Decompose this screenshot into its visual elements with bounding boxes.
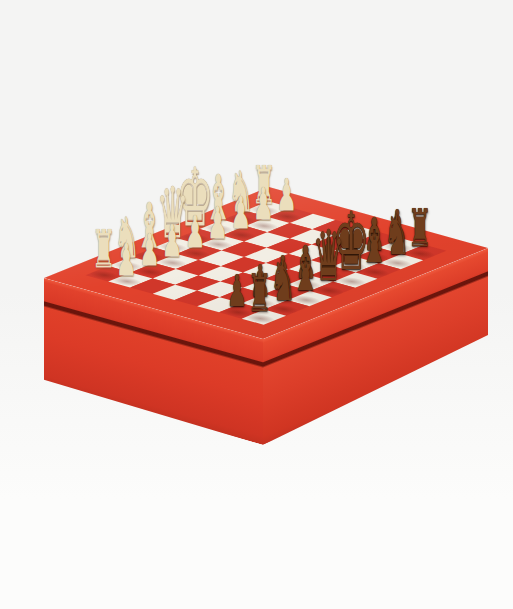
piece-white-pawn: ♟ (105, 238, 147, 282)
chess-box: ♜♟♟♜♞♟♟♞♝♟♟♝♚♟♟♚♛♟♟♛♝♟♟♝♞♟♟♞♜♟♟♜ (0, 0, 513, 609)
rook-glyph: ♜ (248, 267, 272, 319)
pawn-glyph: ♟ (116, 238, 137, 282)
piece-black-rook: ♜ (239, 267, 281, 319)
product-photo: ♜♟♟♜♞♟♟♞♝♟♟♝♚♟♟♚♛♟♟♛♝♟♟♝♞♟♟♞♜♟♟♜ (0, 0, 513, 609)
